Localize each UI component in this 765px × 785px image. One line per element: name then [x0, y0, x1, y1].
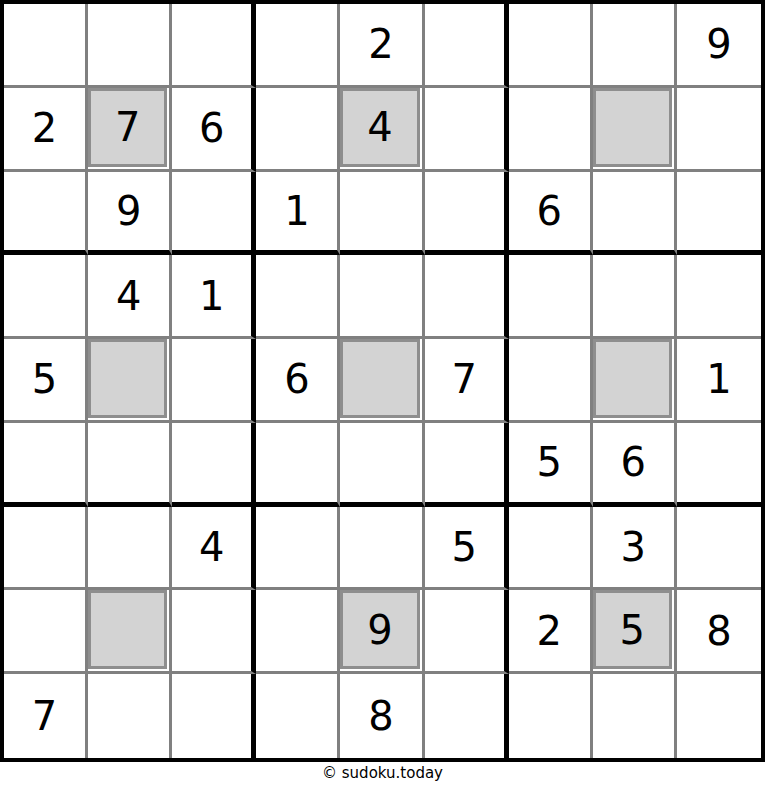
cell-r4c1[interactable] [4, 255, 88, 339]
highlight-square: 5 [593, 590, 672, 669]
highlight-square: 9 [340, 590, 419, 669]
cell-r9c9[interactable] [677, 674, 761, 758]
cell-r8c2[interactable] [88, 590, 172, 674]
digit: 7 [115, 107, 140, 147]
digit: 5 [536, 442, 561, 482]
digit: 2 [368, 24, 393, 64]
cell-r9c5[interactable]: 8 [340, 674, 424, 758]
cell-r9c3[interactable] [172, 674, 256, 758]
digit: 7 [32, 696, 57, 736]
cell-r4c9[interactable] [677, 255, 761, 339]
cell-r7c8[interactable]: 3 [593, 507, 677, 591]
cell-r5c5[interactable] [340, 339, 424, 423]
cell-r3c3[interactable] [172, 172, 256, 256]
sudoku-page: 29276491641567156453925878 © sudoku.toda… [0, 0, 765, 785]
digit: 9 [706, 24, 731, 64]
cell-r1c4[interactable] [256, 4, 340, 88]
cell-r7c3[interactable]: 4 [172, 507, 256, 591]
cell-r5c1[interactable]: 5 [4, 339, 88, 423]
cell-r2c2[interactable]: 7 [88, 88, 172, 172]
digit: 5 [620, 610, 645, 650]
cell-r6c8[interactable]: 6 [593, 423, 677, 507]
cell-r5c8[interactable] [593, 339, 677, 423]
highlight-square [88, 590, 167, 669]
cell-r8c4[interactable] [256, 590, 340, 674]
digit: 9 [116, 191, 141, 231]
digit: 1 [199, 276, 224, 316]
cell-r6c3[interactable] [172, 423, 256, 507]
digit: 3 [621, 527, 646, 567]
cell-r7c6[interactable]: 5 [425, 507, 509, 591]
cell-r5c9[interactable]: 1 [677, 339, 761, 423]
copyright-footer: © sudoku.today [0, 762, 765, 785]
cell-r6c9[interactable] [677, 423, 761, 507]
highlight-square [340, 339, 419, 418]
cell-r2c3[interactable]: 6 [172, 88, 256, 172]
digit: 4 [199, 527, 224, 567]
cell-r5c7[interactable] [509, 339, 593, 423]
digit: 1 [284, 191, 309, 231]
cell-r9c4[interactable] [256, 674, 340, 758]
cell-r8c3[interactable] [172, 590, 256, 674]
cell-r5c2[interactable] [88, 339, 172, 423]
cell-r1c6[interactable] [425, 4, 509, 88]
cell-r1c2[interactable] [88, 4, 172, 88]
cell-r6c6[interactable] [425, 423, 509, 507]
cell-r7c1[interactable] [4, 507, 88, 591]
cell-r4c2[interactable]: 4 [88, 255, 172, 339]
cell-r7c7[interactable] [509, 507, 593, 591]
cell-r8c9[interactable]: 8 [677, 590, 761, 674]
cell-r6c5[interactable] [340, 423, 424, 507]
sudoku-board: 29276491641567156453925878 [0, 0, 765, 762]
cell-r7c4[interactable] [256, 507, 340, 591]
cell-r4c5[interactable] [340, 255, 424, 339]
cell-r9c2[interactable] [88, 674, 172, 758]
copyright-text: © sudoku.today [322, 766, 443, 781]
digit: 4 [367, 107, 392, 147]
cell-r2c5[interactable]: 4 [340, 88, 424, 172]
digit: 2 [536, 611, 561, 651]
cell-r3c4[interactable]: 1 [256, 172, 340, 256]
cell-r7c9[interactable] [677, 507, 761, 591]
digit: 5 [32, 359, 57, 399]
digit: 7 [451, 359, 476, 399]
digit: 6 [536, 191, 561, 231]
cell-r4c4[interactable] [256, 255, 340, 339]
cell-r9c7[interactable] [509, 674, 593, 758]
cell-r8c5[interactable]: 9 [340, 590, 424, 674]
cell-r2c4[interactable] [256, 88, 340, 172]
digit: 2 [32, 108, 57, 148]
digit: 6 [284, 359, 309, 399]
cell-r4c8[interactable] [593, 255, 677, 339]
cell-r1c1[interactable] [4, 4, 88, 88]
cell-r3c7[interactable]: 6 [509, 172, 593, 256]
cell-r3c8[interactable] [593, 172, 677, 256]
cell-r8c6[interactable] [425, 590, 509, 674]
cell-r2c9[interactable] [677, 88, 761, 172]
cell-r2c1[interactable]: 2 [4, 88, 88, 172]
digit: 4 [116, 276, 141, 316]
highlight-square: 7 [88, 88, 167, 167]
highlight-square [593, 88, 672, 167]
cell-r3c9[interactable] [677, 172, 761, 256]
cell-r5c4[interactable]: 6 [256, 339, 340, 423]
cell-r2c7[interactable] [509, 88, 593, 172]
cell-r1c7[interactable] [509, 4, 593, 88]
digit: 8 [368, 696, 393, 736]
digit: 1 [706, 359, 731, 399]
cell-r5c6[interactable]: 7 [425, 339, 509, 423]
digit: 9 [367, 610, 392, 650]
cell-r9c6[interactable] [425, 674, 509, 758]
highlight-square [88, 339, 167, 418]
digit: 5 [451, 527, 476, 567]
cell-r3c6[interactable] [425, 172, 509, 256]
cell-r6c7[interactable]: 5 [509, 423, 593, 507]
cell-r1c8[interactable] [593, 4, 677, 88]
cell-r1c5[interactable]: 2 [340, 4, 424, 88]
cell-r9c1[interactable]: 7 [4, 674, 88, 758]
highlight-square [593, 339, 672, 418]
cell-r5c3[interactable] [172, 339, 256, 423]
digit: 6 [199, 108, 224, 148]
cell-r8c8[interactable]: 5 [593, 590, 677, 674]
cell-r4c7[interactable] [509, 255, 593, 339]
cell-r4c3[interactable]: 1 [172, 255, 256, 339]
digit: 6 [621, 442, 646, 482]
cell-r9c8[interactable] [593, 674, 677, 758]
cell-r3c2[interactable]: 9 [88, 172, 172, 256]
highlight-square: 4 [340, 88, 419, 167]
cell-r2c6[interactable] [425, 88, 509, 172]
cell-r1c9[interactable]: 9 [677, 4, 761, 88]
cell-r7c2[interactable] [88, 507, 172, 591]
cell-r2c8[interactable] [593, 88, 677, 172]
cell-r3c1[interactable] [4, 172, 88, 256]
cell-r8c7[interactable]: 2 [509, 590, 593, 674]
cell-r6c2[interactable] [88, 423, 172, 507]
cell-r1c3[interactable] [172, 4, 256, 88]
cell-r4c6[interactable] [425, 255, 509, 339]
cell-r8c1[interactable] [4, 590, 88, 674]
cell-r6c1[interactable] [4, 423, 88, 507]
cell-r3c5[interactable] [340, 172, 424, 256]
cell-r7c5[interactable] [340, 507, 424, 591]
cell-r6c4[interactable] [256, 423, 340, 507]
digit: 8 [706, 611, 731, 651]
